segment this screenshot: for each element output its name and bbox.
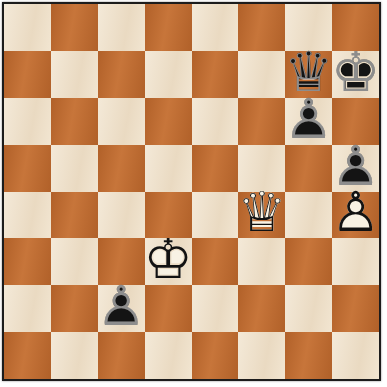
square-f6[interactable] — [238, 98, 285, 145]
square-c8[interactable] — [98, 4, 145, 51]
black-king-outline: ♔ — [332, 49, 379, 96]
square-b8[interactable] — [51, 4, 98, 51]
square-a4[interactable] — [4, 192, 51, 239]
square-f3[interactable] — [238, 238, 285, 285]
square-d5[interactable] — [145, 145, 192, 192]
square-e4[interactable] — [192, 192, 239, 239]
square-c4[interactable] — [98, 192, 145, 239]
square-c7[interactable] — [98, 51, 145, 98]
white-queen[interactable]: ♛♕ — [238, 192, 285, 239]
square-d1[interactable] — [145, 332, 192, 379]
square-a2[interactable] — [4, 285, 51, 332]
square-e1[interactable] — [192, 332, 239, 379]
square-h3[interactable] — [332, 238, 379, 285]
square-f8[interactable] — [238, 4, 285, 51]
square-d6[interactable] — [145, 98, 192, 145]
black-king[interactable]: ♚♔ — [332, 51, 379, 98]
square-a8[interactable] — [4, 4, 51, 51]
square-h2[interactable] — [332, 285, 379, 332]
square-e3[interactable] — [192, 238, 239, 285]
square-f2[interactable] — [238, 285, 285, 332]
square-a7[interactable] — [4, 51, 51, 98]
board-frame: ♛♕♚♔♟♙♟♙♛♕♟♙♚♔♟♙ — [2, 2, 381, 381]
white-queen-outline: ♕ — [238, 190, 285, 237]
square-f1[interactable] — [238, 332, 285, 379]
white-pawn-outline: ♙ — [332, 190, 379, 237]
square-b2[interactable] — [51, 285, 98, 332]
square-a3[interactable] — [4, 238, 51, 285]
square-e8[interactable] — [192, 4, 239, 51]
square-a1[interactable] — [4, 332, 51, 379]
square-f4[interactable]: ♛♕ — [238, 192, 285, 239]
square-e7[interactable] — [192, 51, 239, 98]
square-g3[interactable] — [285, 238, 332, 285]
square-b7[interactable] — [51, 51, 98, 98]
square-f7[interactable] — [238, 51, 285, 98]
square-b5[interactable] — [51, 145, 98, 192]
black-pawn-outline: ♙ — [285, 96, 332, 143]
square-g2[interactable] — [285, 285, 332, 332]
square-b3[interactable] — [51, 238, 98, 285]
square-d8[interactable] — [145, 4, 192, 51]
chess-board: ♛♕♚♔♟♙♟♙♛♕♟♙♚♔♟♙ — [4, 4, 379, 379]
square-g6[interactable]: ♟♙ — [285, 98, 332, 145]
black-pawn[interactable]: ♟♙ — [98, 285, 145, 332]
square-c5[interactable] — [98, 145, 145, 192]
black-pawn-outline: ♙ — [98, 283, 145, 330]
square-h4[interactable]: ♟♙ — [332, 192, 379, 239]
square-h1[interactable] — [332, 332, 379, 379]
square-b6[interactable] — [51, 98, 98, 145]
white-king-outline: ♔ — [145, 236, 192, 283]
square-c1[interactable] — [98, 332, 145, 379]
square-e5[interactable] — [192, 145, 239, 192]
black-pawn[interactable]: ♟♙ — [285, 98, 332, 145]
square-b1[interactable] — [51, 332, 98, 379]
square-e6[interactable] — [192, 98, 239, 145]
white-king[interactable]: ♚♔ — [145, 238, 192, 285]
white-pawn[interactable]: ♟♙ — [332, 192, 379, 239]
square-a6[interactable] — [4, 98, 51, 145]
square-d3[interactable]: ♚♔ — [145, 238, 192, 285]
square-h7[interactable]: ♚♔ — [332, 51, 379, 98]
square-c6[interactable] — [98, 98, 145, 145]
square-b4[interactable] — [51, 192, 98, 239]
chess-diagram: ♛♕♚♔♟♙♟♙♛♕♟♙♚♔♟♙ — [0, 0, 387, 387]
square-e2[interactable] — [192, 285, 239, 332]
square-g4[interactable] — [285, 192, 332, 239]
square-d7[interactable] — [145, 51, 192, 98]
square-g1[interactable] — [285, 332, 332, 379]
square-a5[interactable] — [4, 145, 51, 192]
square-c2[interactable]: ♟♙ — [98, 285, 145, 332]
square-g5[interactable] — [285, 145, 332, 192]
square-d2[interactable] — [145, 285, 192, 332]
